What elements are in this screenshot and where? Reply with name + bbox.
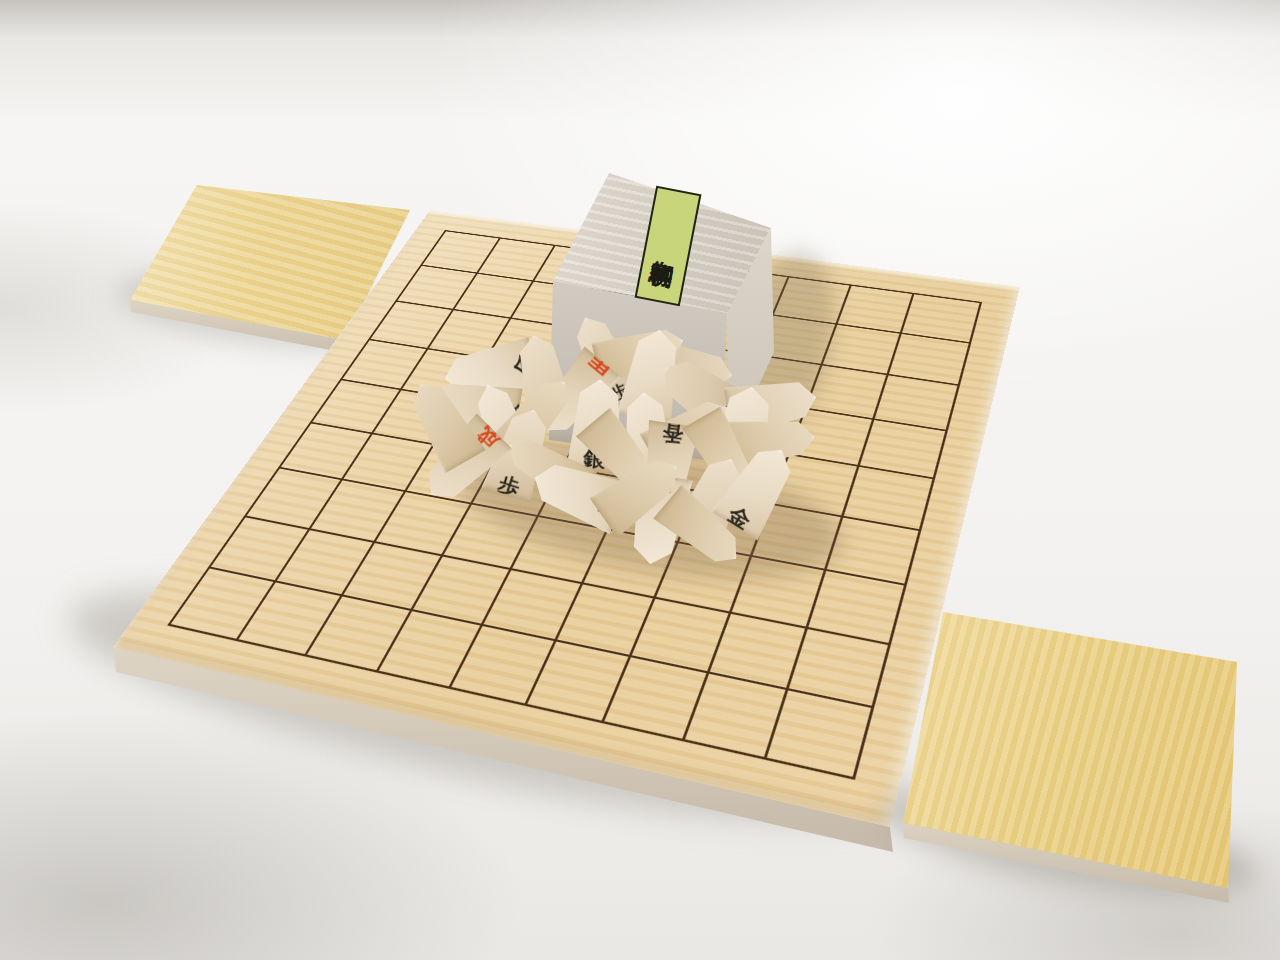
photo-scene: 御将棋駒 歩兵香車金将歩兵馬と角行桂馬銀将と歩兵飛車銀将歩兵香車王将金将金将成香…	[0, 0, 1280, 960]
box-label-text: 御将棋駒	[656, 242, 679, 250]
